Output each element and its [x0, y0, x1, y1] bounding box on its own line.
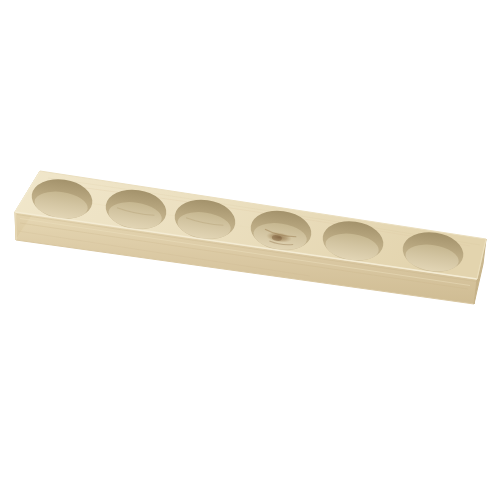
photo-stage: Unfinished light wooden single-row manca… — [0, 0, 500, 500]
mancala-board: Unfinished light wooden single-row manca… — [0, 0, 500, 500]
